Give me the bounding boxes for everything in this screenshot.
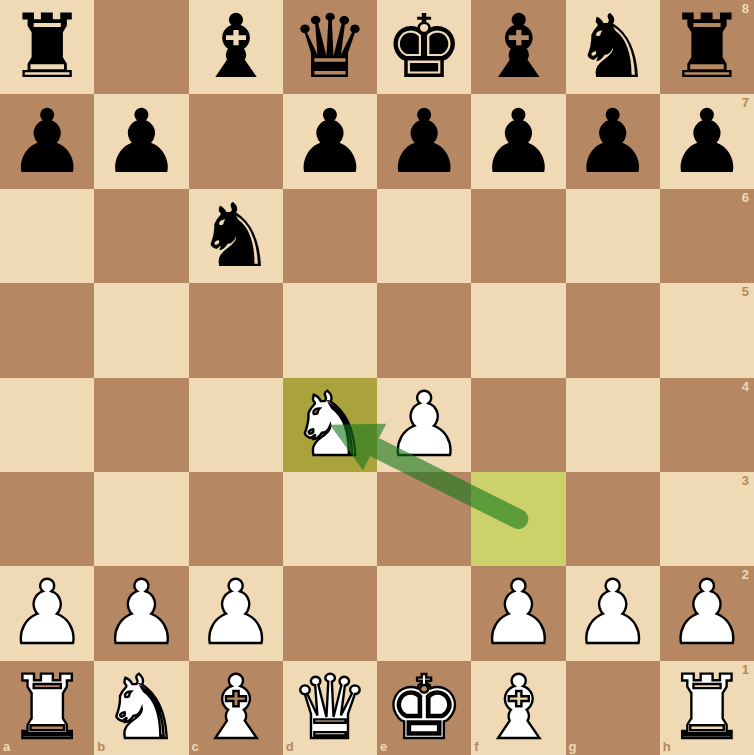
square-f4[interactable] [471, 378, 565, 472]
square-b7[interactable]: ♟ [94, 94, 188, 188]
square-a6[interactable] [0, 189, 94, 283]
square-c4[interactable] [189, 378, 283, 472]
square-a4[interactable] [0, 378, 94, 472]
square-f6[interactable] [471, 189, 565, 283]
square-d4[interactable]: ♞ [283, 378, 377, 472]
piece-white-rook-h1[interactable]: ♜ [667, 661, 746, 755]
square-d7[interactable]: ♟ [283, 94, 377, 188]
piece-white-bishop-c1[interactable]: ♝ [196, 661, 275, 755]
piece-white-rook-a1[interactable]: ♜ [8, 661, 87, 755]
square-b3[interactable] [94, 472, 188, 566]
square-a8[interactable]: ♜ [0, 0, 94, 94]
square-d3[interactable] [283, 472, 377, 566]
rank-label-3: 3 [742, 474, 749, 487]
piece-black-pawn-e7[interactable]: ♟ [385, 95, 464, 189]
rank-label-5: 5 [742, 285, 749, 298]
square-h2[interactable]: ♟2 [660, 566, 754, 660]
piece-black-king-e8[interactable]: ♚ [385, 0, 464, 94]
piece-white-knight-d4[interactable]: ♞ [290, 378, 369, 472]
square-d6[interactable] [283, 189, 377, 283]
piece-white-pawn-a2[interactable]: ♟ [8, 566, 87, 660]
square-g1[interactable]: g [566, 661, 660, 755]
square-c6[interactable]: ♞ [189, 189, 283, 283]
square-e1[interactable]: ♚e [377, 661, 471, 755]
piece-black-bishop-f8[interactable]: ♝ [479, 0, 558, 94]
square-f5[interactable] [471, 283, 565, 377]
square-c7[interactable] [189, 94, 283, 188]
square-h3[interactable]: 3 [660, 472, 754, 566]
piece-black-bishop-c8[interactable]: ♝ [196, 0, 275, 94]
piece-white-pawn-h2[interactable]: ♟ [667, 566, 746, 660]
piece-white-pawn-c2[interactable]: ♟ [196, 566, 275, 660]
square-e6[interactable] [377, 189, 471, 283]
square-d5[interactable] [283, 283, 377, 377]
square-c3[interactable] [189, 472, 283, 566]
square-b5[interactable] [94, 283, 188, 377]
piece-black-knight-g8[interactable]: ♞ [573, 0, 652, 94]
square-c8[interactable]: ♝ [189, 0, 283, 94]
square-g6[interactable] [566, 189, 660, 283]
square-h1[interactable]: ♜1h [660, 661, 754, 755]
piece-white-pawn-f2[interactable]: ♟ [479, 566, 558, 660]
square-g8[interactable]: ♞ [566, 0, 660, 94]
rank-label-6: 6 [742, 191, 749, 204]
square-g3[interactable] [566, 472, 660, 566]
square-g7[interactable]: ♟ [566, 94, 660, 188]
square-e2[interactable] [377, 566, 471, 660]
square-b4[interactable] [94, 378, 188, 472]
piece-white-queen-d1[interactable]: ♛ [290, 661, 369, 755]
piece-white-king-e1[interactable]: ♚ [385, 661, 464, 755]
piece-white-pawn-g2[interactable]: ♟ [573, 566, 652, 660]
square-f8[interactable]: ♝ [471, 0, 565, 94]
square-e4[interactable]: ♟ [377, 378, 471, 472]
square-h8[interactable]: ♜8 [660, 0, 754, 94]
square-b6[interactable] [94, 189, 188, 283]
square-e8[interactable]: ♚ [377, 0, 471, 94]
square-b8[interactable] [94, 0, 188, 94]
piece-white-bishop-f1[interactable]: ♝ [479, 661, 558, 755]
piece-black-pawn-b7[interactable]: ♟ [102, 95, 181, 189]
piece-black-pawn-g7[interactable]: ♟ [573, 95, 652, 189]
square-g4[interactable] [566, 378, 660, 472]
square-e7[interactable]: ♟ [377, 94, 471, 188]
file-label-g: g [569, 740, 577, 753]
square-c1[interactable]: ♝c [189, 661, 283, 755]
square-f2[interactable]: ♟ [471, 566, 565, 660]
piece-black-pawn-d7[interactable]: ♟ [290, 95, 369, 189]
square-c2[interactable]: ♟ [189, 566, 283, 660]
square-g2[interactable]: ♟ [566, 566, 660, 660]
piece-black-pawn-h7[interactable]: ♟ [667, 95, 746, 189]
piece-white-knight-b1[interactable]: ♞ [102, 661, 181, 755]
square-a7[interactable]: ♟ [0, 94, 94, 188]
square-b2[interactable]: ♟ [94, 566, 188, 660]
piece-black-queen-d8[interactable]: ♛ [290, 0, 369, 94]
piece-black-knight-c6[interactable]: ♞ [196, 189, 275, 283]
square-d1[interactable]: ♛d [283, 661, 377, 755]
piece-black-pawn-a7[interactable]: ♟ [8, 95, 87, 189]
square-a5[interactable] [0, 283, 94, 377]
square-h4[interactable]: 4 [660, 378, 754, 472]
piece-white-pawn-e4[interactable]: ♟ [385, 378, 464, 472]
square-f7[interactable]: ♟ [471, 94, 565, 188]
piece-black-rook-a8[interactable]: ♜ [8, 0, 87, 94]
square-h5[interactable]: 5 [660, 283, 754, 377]
square-d8[interactable]: ♛ [283, 0, 377, 94]
square-a3[interactable] [0, 472, 94, 566]
square-a1[interactable]: ♜a [0, 661, 94, 755]
square-h7[interactable]: ♟7 [660, 94, 754, 188]
chess-board: ♜♝♛♚♝♞♜8♟♟♟♟♟♟♟7♞65♞♟43♟♟♟♟♟♟2♜a♞b♝c♛d♚e… [0, 0, 754, 755]
square-d2[interactable] [283, 566, 377, 660]
piece-white-pawn-b2[interactable]: ♟ [102, 566, 181, 660]
square-b1[interactable]: ♞b [94, 661, 188, 755]
square-g5[interactable] [566, 283, 660, 377]
square-f3[interactable] [471, 472, 565, 566]
square-f1[interactable]: ♝f [471, 661, 565, 755]
square-a2[interactable]: ♟ [0, 566, 94, 660]
square-h6[interactable]: 6 [660, 189, 754, 283]
square-c5[interactable] [189, 283, 283, 377]
rank-label-4: 4 [742, 380, 749, 393]
piece-black-pawn-f7[interactable]: ♟ [479, 95, 558, 189]
piece-black-rook-h8[interactable]: ♜ [667, 0, 746, 94]
square-e5[interactable] [377, 283, 471, 377]
square-e3[interactable] [377, 472, 471, 566]
